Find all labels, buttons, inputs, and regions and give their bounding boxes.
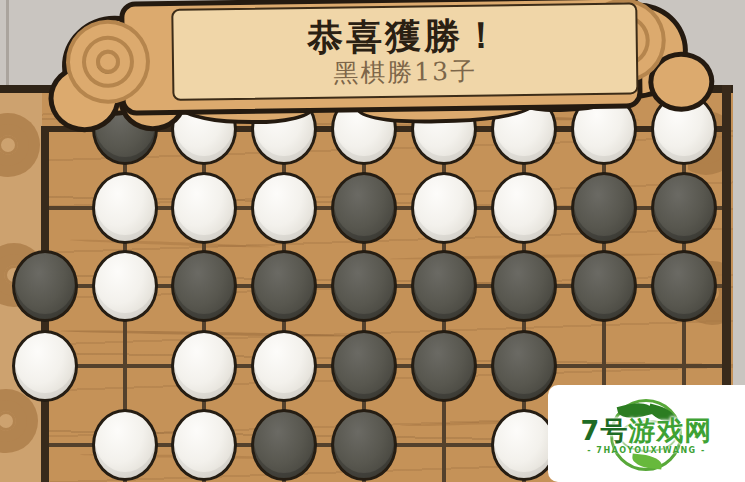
stone-white: ○ (251, 172, 317, 244)
cloud-ornament-left (48, 64, 121, 133)
go-victory-screen[interactable]: ●○○○○○○○○○○●○○●●●○●●●●●●●○○○●●●○○●●○ 恭喜獲… (0, 0, 745, 482)
stone-black: ● (491, 250, 557, 322)
stone-black: ● (411, 250, 477, 322)
watermark-brand: 7号游戏网 (548, 417, 745, 445)
swirl-ornament (0, 135, 18, 155)
stone-white: ○ (171, 330, 237, 402)
stone-black: ● (12, 250, 78, 322)
stone-black: ● (331, 250, 397, 322)
stone-white: ○ (171, 172, 237, 244)
watermark-brand-dark: 7号 (581, 415, 629, 446)
banner-panel: 恭喜獲勝！ 黑棋勝13子 (171, 2, 638, 100)
watermark-brand-light: 游戏网 (628, 415, 712, 446)
stone-white: ○ (491, 172, 557, 244)
stone-black: ● (491, 330, 557, 402)
stone-white: ○ (12, 330, 78, 402)
victory-banner: 恭喜獲勝！ 黑棋勝13子 (55, 0, 707, 129)
stone-white: ○ (92, 409, 158, 481)
swirl-ornament (0, 411, 16, 431)
stone-black: ● (651, 250, 717, 322)
stone-white: ○ (251, 330, 317, 402)
stone-black: ● (331, 172, 397, 244)
stone-black: ● (331, 330, 397, 402)
stone-black: ● (171, 250, 237, 322)
cloud-ornament-right (648, 51, 715, 112)
stone-white: ○ (92, 250, 158, 322)
stone-white: ○ (411, 172, 477, 244)
stone-white: ○ (171, 409, 237, 481)
watermark-romanized: - 7HAOYOUXIWANG - (548, 446, 745, 455)
stone-black: ● (571, 172, 637, 244)
stone-white: ○ (92, 172, 158, 244)
stone-black: ● (651, 172, 717, 244)
banner-title: 恭喜獲勝！ (173, 10, 636, 60)
watermark-7hao-youxiwang: 7号游戏网 - 7HAOYOUXIWANG - (548, 385, 745, 482)
stone-black: ● (251, 250, 317, 322)
stone-black: ● (331, 409, 397, 481)
stone-black: ● (571, 250, 637, 322)
wall-seam (6, 0, 9, 90)
stone-black: ● (411, 330, 477, 402)
banner-subtitle: 黑棋勝13子 (174, 54, 636, 90)
stone-black: ● (251, 409, 317, 481)
